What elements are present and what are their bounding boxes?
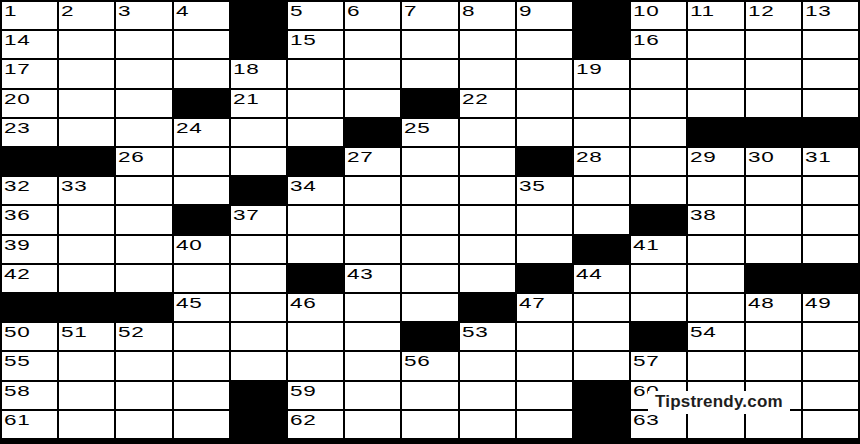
cell-r6c8[interactable] (402, 148, 457, 175)
cell-r4c14[interactable] (746, 90, 801, 117)
cell-r8c6[interactable] (288, 206, 343, 233)
clue-number-20: 20 (4, 90, 31, 107)
cell-r13c3[interactable] (116, 352, 171, 379)
cell-r7c12[interactable] (631, 177, 686, 204)
cell-r2c4[interactable] (174, 31, 229, 58)
cell-r7c9[interactable] (460, 177, 515, 204)
cell-r2c1[interactable]: 14 (2, 31, 57, 58)
clue-number-52: 52 (118, 323, 145, 340)
cell-r9c3[interactable] (116, 236, 171, 263)
cell-r9c1[interactable]: 39 (2, 236, 57, 263)
clue-number-58: 58 (4, 382, 31, 399)
cell-r7c8[interactable] (402, 177, 457, 204)
cell-r2c9[interactable] (460, 31, 515, 58)
cell-r14c7[interactable] (345, 382, 400, 409)
cell-r13c15[interactable] (803, 352, 858, 379)
cell-r13c4[interactable] (174, 352, 229, 379)
cell-r3c13[interactable] (688, 60, 743, 87)
block-r5c14 (746, 119, 801, 146)
clue-number-13: 13 (805, 2, 832, 19)
cell-r14c8[interactable] (402, 382, 457, 409)
cell-r14c3[interactable] (116, 382, 171, 409)
cell-r1c6[interactable]: 5 (288, 2, 343, 29)
clue-number-47: 47 (519, 294, 546, 311)
block-r5c13 (688, 119, 743, 146)
cell-r6c9[interactable] (460, 148, 515, 175)
cell-r10c13[interactable] (688, 265, 743, 292)
cell-r15c2[interactable] (59, 411, 114, 438)
clue-number-12: 12 (748, 2, 775, 19)
cell-r5c4[interactable]: 24 (174, 119, 229, 146)
cell-r8c9[interactable] (460, 206, 515, 233)
cell-r5c3[interactable] (116, 119, 171, 146)
cell-r2c12[interactable]: 16 (631, 31, 686, 58)
cell-r4c15[interactable] (803, 90, 858, 117)
cell-r9c15[interactable] (803, 236, 858, 263)
cell-r1c2[interactable]: 2 (59, 2, 114, 29)
cell-r4c2[interactable] (59, 90, 114, 117)
clue-number-5: 5 (290, 2, 303, 19)
block-r6c2 (59, 148, 114, 175)
cell-r11c14[interactable]: 48 (746, 294, 801, 321)
clue-number-6: 6 (347, 2, 360, 19)
cell-r5c10[interactable] (517, 119, 572, 146)
clue-number-38: 38 (690, 206, 717, 223)
cell-r8c7[interactable] (345, 206, 400, 233)
clue-number-59: 59 (290, 382, 317, 399)
cell-r6c15[interactable]: 31 (803, 148, 858, 175)
cell-r10c4[interactable] (174, 265, 229, 292)
cell-r6c7[interactable]: 27 (345, 148, 400, 175)
clue-number-37: 37 (233, 206, 260, 223)
cell-r13c5[interactable] (231, 352, 286, 379)
cell-r10c11[interactable]: 44 (574, 265, 629, 292)
cell-r3c5[interactable]: 18 (231, 60, 286, 87)
block-r2c11 (574, 31, 629, 58)
cell-r9c12[interactable]: 41 (631, 236, 686, 263)
cell-r11c4[interactable]: 45 (174, 294, 229, 321)
cell-r5c11[interactable] (574, 119, 629, 146)
cell-r3c6[interactable] (288, 60, 343, 87)
cell-r2c8[interactable] (402, 31, 457, 58)
cell-r10c1[interactable]: 42 (2, 265, 57, 292)
clue-number-49: 49 (805, 294, 832, 311)
block-r14c5 (231, 382, 286, 409)
cell-r13c11[interactable] (574, 352, 629, 379)
cell-r13c12[interactable]: 57 (631, 352, 686, 379)
cell-r15c6[interactable]: 62 (288, 411, 343, 438)
block-r7c5 (231, 177, 286, 204)
cell-r14c15[interactable] (803, 382, 858, 409)
clue-number-53: 53 (462, 323, 489, 340)
cell-r13c6[interactable] (288, 352, 343, 379)
cell-r4c1[interactable]: 20 (2, 90, 57, 117)
cell-r10c8[interactable] (402, 265, 457, 292)
clue-number-40: 40 (176, 236, 203, 253)
cell-r4c6[interactable] (288, 90, 343, 117)
cell-r3c3[interactable] (116, 60, 171, 87)
block-r4c8 (402, 90, 457, 117)
block-r12c12 (631, 323, 686, 350)
cell-r11c11[interactable] (574, 294, 629, 321)
cell-r6c14[interactable]: 30 (746, 148, 801, 175)
cell-r7c1[interactable]: 32 (2, 177, 57, 204)
cell-r12c13[interactable]: 54 (688, 323, 743, 350)
cell-r1c8[interactable]: 7 (402, 2, 457, 29)
clue-number-25: 25 (404, 119, 431, 136)
cell-r2c13[interactable] (688, 31, 743, 58)
clue-number-18: 18 (233, 60, 260, 77)
cell-r7c7[interactable] (345, 177, 400, 204)
block-r11c2 (59, 294, 114, 321)
cell-r12c9[interactable]: 53 (460, 323, 515, 350)
cell-r12c2[interactable]: 51 (59, 323, 114, 350)
cell-r15c3[interactable] (116, 411, 171, 438)
clue-number-55: 55 (4, 352, 31, 369)
block-r1c5 (231, 2, 286, 29)
cell-r12c6[interactable] (288, 323, 343, 350)
clue-number-4: 4 (176, 2, 189, 19)
cell-r1c15[interactable]: 13 (803, 2, 858, 29)
cell-r10c9[interactable] (460, 265, 515, 292)
clue-number-21: 21 (233, 90, 260, 107)
clue-number-61: 61 (4, 411, 31, 428)
cell-r15c13[interactable] (688, 411, 743, 438)
clue-number-3: 3 (118, 2, 131, 19)
cell-r12c10[interactable] (517, 323, 572, 350)
cell-r3c2[interactable] (59, 60, 114, 87)
clue-number-50: 50 (4, 323, 31, 340)
cell-r13c2[interactable] (59, 352, 114, 379)
clue-number-1: 1 (4, 2, 17, 19)
block-r14c11 (574, 382, 629, 409)
cell-r11c13[interactable] (688, 294, 743, 321)
cell-r8c10[interactable] (517, 206, 572, 233)
clue-number-23: 23 (4, 119, 31, 136)
cell-r2c6[interactable]: 15 (288, 31, 343, 58)
clue-number-54: 54 (690, 323, 717, 340)
cell-r3c11[interactable]: 19 (574, 60, 629, 87)
clue-number-32: 32 (4, 177, 31, 194)
clue-number-34: 34 (290, 177, 317, 194)
cell-r7c6[interactable]: 34 (288, 177, 343, 204)
clue-number-19: 19 (576, 60, 603, 77)
cell-r4c3[interactable] (116, 90, 171, 117)
cell-r15c7[interactable] (345, 411, 400, 438)
cell-r2c7[interactable] (345, 31, 400, 58)
clue-number-9: 9 (519, 2, 532, 19)
cell-r3c10[interactable] (517, 60, 572, 87)
cell-r3c12[interactable] (631, 60, 686, 87)
block-r15c11 (574, 411, 629, 438)
watermark: Tipstrendy.com (648, 391, 790, 414)
block-r15c5 (231, 411, 286, 438)
cell-r10c3[interactable] (116, 265, 171, 292)
cell-r10c12[interactable] (631, 265, 686, 292)
cell-r7c15[interactable] (803, 177, 858, 204)
clue-number-43: 43 (347, 265, 374, 282)
cell-r13c7[interactable] (345, 352, 400, 379)
cell-r9c5[interactable] (231, 236, 286, 263)
cell-r2c2[interactable] (59, 31, 114, 58)
cell-r6c12[interactable] (631, 148, 686, 175)
cell-r11c5[interactable] (231, 294, 286, 321)
cell-r9c2[interactable] (59, 236, 114, 263)
cell-r4c9[interactable]: 22 (460, 90, 515, 117)
cell-r15c14[interactable] (746, 411, 801, 438)
block-r6c6 (288, 148, 343, 175)
block-r9c11 (574, 236, 629, 263)
clue-number-29: 29 (690, 148, 717, 165)
cell-r2c15[interactable] (803, 31, 858, 58)
cell-r9c13[interactable] (688, 236, 743, 263)
block-r1c11 (574, 2, 629, 29)
cell-r5c6[interactable] (288, 119, 343, 146)
cell-r13c14[interactable] (746, 352, 801, 379)
block-r8c12 (631, 206, 686, 233)
cell-r14c10[interactable] (517, 382, 572, 409)
cell-r15c4[interactable] (174, 411, 229, 438)
cell-r1c13[interactable]: 11 (688, 2, 743, 29)
cell-r14c4[interactable] (174, 382, 229, 409)
clue-number-46: 46 (290, 294, 317, 311)
cell-r8c1[interactable]: 36 (2, 206, 57, 233)
clue-number-16: 16 (633, 31, 660, 48)
cell-r13c10[interactable] (517, 352, 572, 379)
clue-number-8: 8 (462, 2, 475, 19)
block-r10c10 (517, 265, 572, 292)
cell-r11c12[interactable] (631, 294, 686, 321)
clue-number-7: 7 (404, 2, 417, 19)
clue-number-57: 57 (633, 352, 660, 369)
cell-r3c1[interactable]: 17 (2, 60, 57, 87)
cell-r14c9[interactable] (460, 382, 515, 409)
cell-r12c14[interactable] (746, 323, 801, 350)
clue-number-27: 27 (347, 148, 374, 165)
cell-r14c1[interactable]: 58 (2, 382, 57, 409)
clue-number-42: 42 (4, 265, 31, 282)
block-r10c15 (803, 265, 858, 292)
clue-number-51: 51 (61, 323, 88, 340)
clue-number-28: 28 (576, 148, 603, 165)
clue-number-45: 45 (176, 294, 203, 311)
clue-number-2: 2 (61, 2, 74, 19)
cell-r6c11[interactable]: 28 (574, 148, 629, 175)
clue-number-56: 56 (404, 352, 431, 369)
clue-number-41: 41 (633, 236, 660, 253)
cell-r15c10[interactable] (517, 411, 572, 438)
cell-r11c8[interactable] (402, 294, 457, 321)
cell-r8c5[interactable]: 37 (231, 206, 286, 233)
clue-number-22: 22 (462, 90, 489, 107)
cell-r2c14[interactable] (746, 31, 801, 58)
cell-r1c7[interactable]: 6 (345, 2, 400, 29)
cell-r8c15[interactable] (803, 206, 858, 233)
cell-r12c7[interactable] (345, 323, 400, 350)
clue-number-17: 17 (4, 60, 31, 77)
cell-r4c10[interactable] (517, 90, 572, 117)
cell-r1c4[interactable]: 4 (174, 2, 229, 29)
cell-r6c3[interactable]: 26 (116, 148, 171, 175)
cell-r6c5[interactable] (231, 148, 286, 175)
cell-r12c3[interactable]: 52 (116, 323, 171, 350)
cell-r9c10[interactable] (517, 236, 572, 263)
clue-number-62: 62 (290, 411, 317, 428)
cell-r3c15[interactable] (803, 60, 858, 87)
block-r12c8 (402, 323, 457, 350)
cell-r2c3[interactable] (116, 31, 171, 58)
block-r11c9 (460, 294, 515, 321)
cell-r5c5[interactable] (231, 119, 286, 146)
cell-r4c7[interactable] (345, 90, 400, 117)
clue-number-26: 26 (118, 148, 145, 165)
crossword-grid: 1234567891011121314151617181920212223242… (0, 0, 860, 444)
cell-r5c9[interactable] (460, 119, 515, 146)
crossword-puzzle: 1234567891011121314151617181920212223242… (0, 0, 860, 444)
cell-r9c7[interactable] (345, 236, 400, 263)
cell-r12c5[interactable] (231, 323, 286, 350)
clue-number-30: 30 (748, 148, 775, 165)
clue-number-44: 44 (576, 265, 603, 282)
cell-r7c10[interactable]: 35 (517, 177, 572, 204)
cell-r8c8[interactable] (402, 206, 457, 233)
clue-number-35: 35 (519, 177, 546, 194)
block-r4c4 (174, 90, 229, 117)
cell-r11c15[interactable]: 49 (803, 294, 858, 321)
cell-r3c14[interactable] (746, 60, 801, 87)
cell-r1c10[interactable]: 9 (517, 2, 572, 29)
cell-r14c6[interactable]: 59 (288, 382, 343, 409)
block-r11c3 (116, 294, 171, 321)
block-r5c7 (345, 119, 400, 146)
clue-number-39: 39 (4, 236, 31, 253)
cell-r9c9[interactable] (460, 236, 515, 263)
clue-number-24: 24 (176, 119, 203, 136)
clue-number-11: 11 (690, 2, 715, 19)
cell-r8c13[interactable]: 38 (688, 206, 743, 233)
cell-r12c15[interactable] (803, 323, 858, 350)
cell-r6c4[interactable] (174, 148, 229, 175)
block-r10c14 (746, 265, 801, 292)
cell-r1c12[interactable]: 10 (631, 2, 686, 29)
cell-r7c4[interactable] (174, 177, 229, 204)
cell-r11c10[interactable]: 47 (517, 294, 572, 321)
cell-r15c1[interactable]: 61 (2, 411, 57, 438)
cell-r3c7[interactable] (345, 60, 400, 87)
cell-r1c9[interactable]: 8 (460, 2, 515, 29)
cell-r13c8[interactable]: 56 (402, 352, 457, 379)
cell-r11c6[interactable]: 46 (288, 294, 343, 321)
cell-r15c12[interactable]: 63 (631, 411, 686, 438)
cell-r8c11[interactable] (574, 206, 629, 233)
clue-number-10: 10 (633, 2, 660, 19)
block-r2c5 (231, 31, 286, 58)
clue-number-36: 36 (4, 206, 31, 223)
cell-r9c14[interactable] (746, 236, 801, 263)
cell-r5c1[interactable]: 23 (2, 119, 57, 146)
cell-r7c13[interactable] (688, 177, 743, 204)
cell-r3c9[interactable] (460, 60, 515, 87)
cell-r4c13[interactable] (688, 90, 743, 117)
cell-r7c14[interactable] (746, 177, 801, 204)
clue-number-14: 14 (4, 31, 31, 48)
cell-r10c5[interactable] (231, 265, 286, 292)
cell-r4c5[interactable]: 21 (231, 90, 286, 117)
cell-r12c1[interactable]: 50 (2, 323, 57, 350)
cell-r13c9[interactable] (460, 352, 515, 379)
clue-number-15: 15 (290, 31, 317, 48)
cell-r7c3[interactable] (116, 177, 171, 204)
clue-number-48: 48 (748, 294, 775, 311)
cell-r8c14[interactable] (746, 206, 801, 233)
block-r11c1 (2, 294, 57, 321)
cell-r7c11[interactable] (574, 177, 629, 204)
cell-r10c7[interactable]: 43 (345, 265, 400, 292)
cell-r11c7[interactable] (345, 294, 400, 321)
cell-r13c1[interactable]: 55 (2, 352, 57, 379)
cell-r1c14[interactable]: 12 (746, 2, 801, 29)
clue-number-33: 33 (61, 177, 88, 194)
clue-number-31: 31 (805, 148, 832, 165)
cell-r5c8[interactable]: 25 (402, 119, 457, 146)
cell-r8c2[interactable] (59, 206, 114, 233)
cell-r15c15[interactable] (803, 411, 858, 438)
block-r10c6 (288, 265, 343, 292)
cell-r2c10[interactable] (517, 31, 572, 58)
cell-r9c6[interactable] (288, 236, 343, 263)
block-r6c1 (2, 148, 57, 175)
block-r5c15 (803, 119, 858, 146)
cell-r1c1[interactable]: 1 (2, 2, 57, 29)
cell-r9c8[interactable] (402, 236, 457, 263)
cell-r3c4[interactable] (174, 60, 229, 87)
cell-r4c12[interactable] (631, 90, 686, 117)
cell-r15c8[interactable] (402, 411, 457, 438)
cell-r15c9[interactable] (460, 411, 515, 438)
cell-r8c3[interactable] (116, 206, 171, 233)
cell-r3c8[interactable] (402, 60, 457, 87)
cell-r12c11[interactable] (574, 323, 629, 350)
cell-r14c2[interactable] (59, 382, 114, 409)
cell-r7c2[interactable]: 33 (59, 177, 114, 204)
block-r6c10 (517, 148, 572, 175)
cell-r1c3[interactable]: 3 (116, 2, 171, 29)
cell-r10c2[interactable] (59, 265, 114, 292)
cell-r12c4[interactable] (174, 323, 229, 350)
cell-r6c13[interactable]: 29 (688, 148, 743, 175)
cell-r9c4[interactable]: 40 (174, 236, 229, 263)
cell-r5c12[interactable] (631, 119, 686, 146)
cell-r5c2[interactable] (59, 119, 114, 146)
cell-r4c11[interactable] (574, 90, 629, 117)
block-r8c4 (174, 206, 229, 233)
cell-r13c13[interactable] (688, 352, 743, 379)
